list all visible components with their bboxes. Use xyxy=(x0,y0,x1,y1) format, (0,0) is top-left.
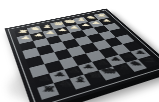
piece-black-rook: ♜ xyxy=(141,57,157,62)
square-e6 xyxy=(85,50,104,61)
scene: ♜♞♝♛♚♝♞♜♟♟♟♟♟♟♟♟♟♟♟♟♟♟♟♟♜♞♝♛♚♝♞♜ xyxy=(0,0,159,102)
piece-white-pawn: ♟ xyxy=(80,23,90,26)
piece-black-rook: ♜ xyxy=(40,85,57,92)
square-b8: ♞ xyxy=(53,79,75,95)
square-d5 xyxy=(67,46,85,57)
square-g8: ♞ xyxy=(125,59,147,72)
piece-white-pawn: ♟ xyxy=(91,21,101,24)
piece-white-pawn: ♟ xyxy=(101,19,111,22)
piece-white-rook: ♜ xyxy=(95,14,106,17)
square-a6 xyxy=(28,64,47,77)
piece-black-pawn: ♟ xyxy=(95,60,108,65)
square-e8: ♚ xyxy=(98,67,120,81)
piece-black-bishop: ♝ xyxy=(71,76,88,83)
piece-black-pawn: ♟ xyxy=(36,76,51,82)
piece-black-pawn: ♟ xyxy=(121,53,135,58)
square-c5 xyxy=(53,49,72,60)
piece-white-pawn: ♟ xyxy=(19,36,31,40)
piece-black-king: ♚ xyxy=(99,67,120,75)
square-b7: ♟ xyxy=(48,69,69,83)
chess-board: ♜♞♝♛♚♝♞♜♟♟♟♟♟♟♟♟♟♟♟♟♟♟♟♟♜♞♝♛♚♝♞♜ xyxy=(4,9,159,102)
square-b5 xyxy=(39,52,57,64)
square-h7: ♟ xyxy=(130,48,150,59)
square-c7: ♟ xyxy=(63,65,84,79)
square-d7: ♟ xyxy=(77,62,98,75)
piece-white-pawn: ♟ xyxy=(68,26,79,29)
square-a5 xyxy=(25,56,43,68)
piece-black-pawn: ♟ xyxy=(52,72,66,78)
piece-white-pawn: ♟ xyxy=(44,31,55,35)
piece-black-pawn: ♟ xyxy=(133,50,147,54)
square-d8: ♛ xyxy=(84,71,106,85)
piece-black-pawn: ♟ xyxy=(108,57,121,62)
board-face: ♜♞♝♛♚♝♞♜♟♟♟♟♟♟♟♟♟♟♟♟♟♟♟♟♜♞♝♛♚♝♞♜ xyxy=(4,9,159,102)
square-f6 xyxy=(98,47,117,58)
piece-black-pawn: ♟ xyxy=(67,68,81,73)
square-d6 xyxy=(72,53,91,65)
piece-white-pawn: ♟ xyxy=(32,33,44,37)
square-h8: ♜ xyxy=(138,56,159,68)
square-a8: ♜ xyxy=(37,83,59,99)
product-photo-chess-set: ♜♞♝♛♚♝♞♜♟♟♟♟♟♟♟♟♟♟♟♟♟♟♟♟♜♞♝♛♚♝♞♜ xyxy=(0,0,159,102)
piece-black-knight: ♞ xyxy=(56,80,74,87)
square-c6 xyxy=(58,57,77,69)
square-b6 xyxy=(43,60,62,73)
piece-white-rook: ♜ xyxy=(16,29,29,33)
board-grid: ♜♞♝♛♚♝♞♜♟♟♟♟♟♟♟♟♟♟♟♟♟♟♟♟♜♞♝♛♚♝♞♜ xyxy=(14,13,159,100)
piece-black-pawn: ♟ xyxy=(82,64,95,69)
square-c8: ♝ xyxy=(69,75,91,90)
square-b4 xyxy=(36,45,54,56)
square-g7: ♟ xyxy=(117,51,137,63)
square-a7: ♟ xyxy=(32,73,53,88)
square-f7: ♟ xyxy=(105,55,125,67)
piece-white-pawn: ♟ xyxy=(57,28,68,31)
piece-black-queen: ♛ xyxy=(86,71,105,79)
piece-black-knight: ♞ xyxy=(127,61,144,67)
square-f8: ♝ xyxy=(112,63,134,76)
piece-black-bishop: ♝ xyxy=(114,64,132,70)
square-a4 xyxy=(22,48,40,59)
square-e7: ♟ xyxy=(91,58,112,71)
